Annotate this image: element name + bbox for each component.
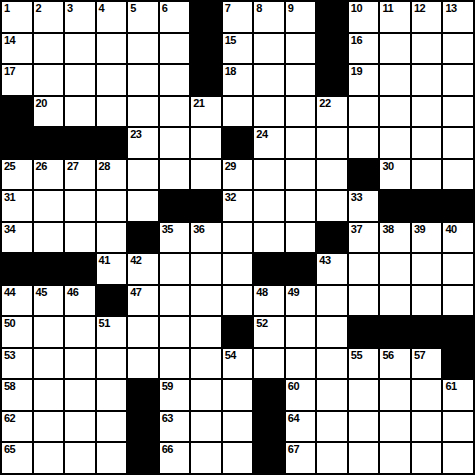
grid-cell[interactable]: 28	[97, 160, 127, 190]
grid-cell[interactable]: 61	[443, 380, 473, 410]
grid-cell[interactable]	[65, 349, 95, 379]
grid-cell[interactable]: 18	[223, 65, 253, 95]
grid-cell[interactable]: 21	[191, 97, 221, 127]
clue-number: 65	[4, 443, 15, 456]
grid-cell[interactable]: 47	[128, 286, 158, 316]
grid-cell[interactable]: 9	[286, 2, 316, 32]
grid-cell[interactable]	[349, 128, 379, 158]
block-cell	[191, 2, 221, 32]
clue-number: 3	[67, 2, 73, 15]
grid-cell[interactable]: 31	[2, 191, 32, 221]
clue-number: 19	[351, 65, 362, 78]
grid-cell[interactable]	[443, 97, 473, 127]
clue-number: 36	[193, 223, 204, 236]
clue-number: 47	[130, 286, 141, 299]
clue-number: 37	[351, 223, 362, 236]
grid-cell[interactable]	[380, 65, 410, 95]
clue-number: 56	[382, 349, 393, 362]
clue-number: 40	[445, 223, 456, 236]
grid-cell[interactable]	[412, 34, 442, 64]
grid-cell[interactable]	[254, 160, 284, 190]
grid-cell[interactable]	[317, 349, 347, 379]
grid-cell[interactable]	[443, 160, 473, 190]
grid-cell[interactable]	[191, 349, 221, 379]
grid-cell[interactable]	[286, 317, 316, 347]
grid-cell[interactable]	[317, 317, 347, 347]
grid-cell[interactable]	[191, 286, 221, 316]
clue-number: 31	[4, 191, 15, 204]
grid-cell[interactable]	[65, 97, 95, 127]
block-cell	[380, 191, 410, 221]
clue-number: 6	[162, 2, 168, 15]
grid-cell[interactable]	[412, 286, 442, 316]
block-cell	[317, 34, 347, 64]
grid-cell[interactable]	[128, 349, 158, 379]
grid-cell[interactable]	[223, 286, 253, 316]
grid-cell[interactable]: 50	[2, 317, 32, 347]
grid-cell[interactable]	[286, 349, 316, 379]
clue-number: 18	[225, 65, 236, 78]
clue-number: 61	[445, 380, 456, 393]
crossword-board: 1234567891011121314151617181920212223242…	[0, 0, 475, 475]
grid-cell[interactable]: 30	[380, 160, 410, 190]
block-cell	[412, 317, 442, 347]
grid-cell[interactable]	[65, 412, 95, 442]
clue-number: 67	[288, 443, 299, 456]
clue-number: 21	[193, 97, 204, 110]
clue-number: 55	[351, 349, 362, 362]
clue-number: 28	[99, 160, 110, 173]
grid-cell[interactable]	[380, 97, 410, 127]
grid-cell[interactable]	[317, 128, 347, 158]
grid-cell[interactable]	[191, 412, 221, 442]
block-cell	[443, 191, 473, 221]
grid-cell[interactable]	[317, 286, 347, 316]
clue-number: 62	[4, 412, 15, 425]
clue-number: 8	[256, 2, 262, 15]
grid-cell[interactable]: 29	[223, 160, 253, 190]
grid-cell[interactable]	[286, 97, 316, 127]
clue-number: 60	[288, 380, 299, 393]
grid-cell[interactable]	[65, 223, 95, 253]
grid-cell[interactable]	[317, 160, 347, 190]
clue-number: 5	[130, 2, 136, 15]
grid-cell[interactable]: 39	[412, 223, 442, 253]
grid-cell[interactable]	[160, 254, 190, 284]
block-cell	[2, 254, 32, 284]
grid-cell[interactable]: 65	[2, 443, 32, 473]
clue-number: 45	[36, 286, 47, 299]
clue-number: 30	[382, 160, 393, 173]
grid-cell[interactable]	[128, 34, 158, 64]
grid-cell[interactable]	[223, 443, 253, 473]
grid-cell[interactable]: 59	[160, 380, 190, 410]
grid-cell[interactable]	[128, 97, 158, 127]
clue-number: 63	[162, 412, 173, 425]
clue-number: 13	[445, 2, 456, 15]
grid-cell[interactable]: 33	[349, 191, 379, 221]
clue-number: 42	[130, 254, 141, 267]
grid-cell[interactable]	[160, 128, 190, 158]
grid-cell[interactable]: 38	[380, 223, 410, 253]
grid-cell[interactable]	[34, 191, 64, 221]
grid-cell[interactable]: 64	[286, 412, 316, 442]
clue-number: 25	[4, 160, 15, 173]
grid-cell[interactable]: 48	[254, 286, 284, 316]
grid-cell[interactable]: 40	[443, 223, 473, 253]
grid-cell[interactable]: 16	[349, 34, 379, 64]
grid-cell[interactable]	[34, 349, 64, 379]
clue-number: 2	[36, 2, 42, 15]
grid-cell[interactable]	[254, 191, 284, 221]
grid-cell[interactable]	[97, 97, 127, 127]
clue-number: 51	[99, 317, 110, 330]
grid-cell[interactable]	[191, 443, 221, 473]
block-cell	[97, 128, 127, 158]
block-cell	[443, 349, 473, 379]
clue-number: 44	[4, 286, 15, 299]
grid-cell[interactable]: 1	[2, 2, 32, 32]
grid-cell[interactable]: 43	[317, 254, 347, 284]
grid-cell[interactable]: 14	[2, 34, 32, 64]
clue-number: 49	[288, 286, 299, 299]
block-cell	[160, 191, 190, 221]
block-cell	[223, 317, 253, 347]
grid-cell[interactable]: 6	[160, 2, 190, 32]
clue-number: 48	[256, 286, 267, 299]
clue-number: 39	[414, 223, 425, 236]
clue-number: 7	[225, 2, 231, 15]
grid-cell[interactable]	[443, 443, 473, 473]
block-cell	[34, 128, 64, 158]
block-cell	[254, 380, 284, 410]
grid-cell[interactable]	[160, 317, 190, 347]
block-cell	[191, 65, 221, 95]
grid-cell[interactable]: 17	[2, 65, 32, 95]
crossword-puzzle: 1234567891011121314151617181920212223242…	[0, 0, 475, 475]
grid-cell[interactable]: 41	[97, 254, 127, 284]
clue-number: 15	[225, 34, 236, 47]
grid-cell[interactable]: 57	[412, 349, 442, 379]
clue-number: 11	[382, 2, 393, 15]
block-cell	[97, 286, 127, 316]
clue-number: 50	[4, 317, 15, 330]
grid-cell[interactable]	[443, 286, 473, 316]
grid-cell[interactable]: 34	[2, 223, 32, 253]
clue-number: 23	[130, 128, 141, 141]
grid-cell[interactable]	[349, 286, 379, 316]
grid-cell[interactable]	[34, 34, 64, 64]
grid-cell[interactable]	[223, 380, 253, 410]
grid-cell[interactable]	[97, 380, 127, 410]
grid-cell[interactable]	[97, 223, 127, 253]
grid-cell[interactable]	[65, 443, 95, 473]
grid-cell[interactable]: 35	[160, 223, 190, 253]
grid-cell[interactable]	[160, 286, 190, 316]
grid-cell[interactable]: 7	[223, 2, 253, 32]
clue-number: 26	[36, 160, 47, 173]
block-cell	[317, 65, 347, 95]
clue-number: 38	[382, 223, 393, 236]
clue-number: 54	[225, 349, 236, 362]
block-cell	[128, 412, 158, 442]
grid-cell[interactable]	[380, 128, 410, 158]
grid-cell[interactable]: 24	[254, 128, 284, 158]
grid-cell[interactable]	[34, 223, 64, 253]
grid-cell[interactable]: 49	[286, 286, 316, 316]
grid-cell[interactable]: 10	[349, 2, 379, 32]
clue-number: 22	[319, 97, 330, 110]
grid-cell[interactable]	[160, 34, 190, 64]
grid-cell[interactable]	[286, 191, 316, 221]
clue-number: 59	[162, 380, 173, 393]
grid-cell[interactable]: 53	[2, 349, 32, 379]
grid-cell[interactable]	[97, 191, 127, 221]
grid-cell[interactable]	[128, 65, 158, 95]
grid-cell[interactable]: 32	[223, 191, 253, 221]
grid-cell[interactable]	[160, 65, 190, 95]
clue-number: 57	[414, 349, 425, 362]
grid-cell[interactable]	[34, 317, 64, 347]
clue-number: 66	[162, 443, 173, 456]
grid-cell[interactable]	[191, 380, 221, 410]
grid-cell[interactable]	[160, 160, 190, 190]
grid-cell[interactable]: 8	[254, 2, 284, 32]
clue-number: 16	[351, 34, 362, 47]
grid-cell[interactable]	[34, 443, 64, 473]
grid-cell[interactable]: 52	[254, 317, 284, 347]
grid-cell[interactable]: 36	[191, 223, 221, 253]
grid-cell[interactable]: 5	[128, 2, 158, 32]
grid-cell[interactable]: 54	[223, 349, 253, 379]
grid-cell[interactable]	[160, 349, 190, 379]
clue-number: 43	[319, 254, 330, 267]
block-cell	[128, 443, 158, 473]
grid-cell[interactable]	[160, 97, 190, 127]
clue-number: 41	[99, 254, 110, 267]
clue-number: 32	[225, 191, 236, 204]
clue-number: 4	[99, 2, 105, 15]
block-cell	[349, 160, 379, 190]
grid-cell[interactable]	[223, 412, 253, 442]
grid-cell[interactable]	[412, 65, 442, 95]
grid-cell[interactable]	[254, 97, 284, 127]
block-cell	[443, 317, 473, 347]
grid-cell[interactable]	[317, 380, 347, 410]
grid-cell[interactable]: 3	[65, 2, 95, 32]
grid-cell[interactable]	[254, 349, 284, 379]
grid-cell[interactable]	[443, 34, 473, 64]
grid-cell[interactable]	[412, 443, 442, 473]
clue-number: 12	[414, 2, 425, 15]
grid-cell[interactable]: 20	[34, 97, 64, 127]
clue-number: 10	[351, 2, 362, 15]
grid-cell[interactable]	[65, 34, 95, 64]
grid-cell[interactable]	[97, 34, 127, 64]
grid-cell[interactable]: 15	[223, 34, 253, 64]
clue-number: 52	[256, 317, 267, 330]
grid-cell[interactable]	[349, 380, 379, 410]
grid-cell[interactable]	[412, 97, 442, 127]
grid-cell[interactable]	[412, 380, 442, 410]
grid-cell[interactable]	[380, 286, 410, 316]
grid-cell[interactable]	[34, 65, 64, 95]
grid-cell[interactable]	[349, 443, 379, 473]
block-cell	[380, 317, 410, 347]
grid-cell[interactable]	[191, 254, 221, 284]
block-cell	[349, 317, 379, 347]
grid-cell[interactable]: 55	[349, 349, 379, 379]
grid-cell[interactable]: 19	[349, 65, 379, 95]
grid-cell[interactable]	[128, 160, 158, 190]
grid-cell[interactable]: 66	[160, 443, 190, 473]
grid-cell[interactable]: 27	[65, 160, 95, 190]
grid-cell[interactable]	[34, 380, 64, 410]
grid-cell[interactable]	[97, 349, 127, 379]
block-cell	[65, 254, 95, 284]
block-cell	[286, 254, 316, 284]
grid-cell[interactable]: 56	[380, 349, 410, 379]
grid-cell[interactable]: 46	[65, 286, 95, 316]
clue-number: 64	[288, 412, 299, 425]
grid-cell[interactable]	[443, 412, 473, 442]
grid-cell[interactable]: 51	[97, 317, 127, 347]
grid-cell[interactable]	[412, 412, 442, 442]
grid-cell[interactable]	[380, 34, 410, 64]
grid-cell[interactable]	[128, 317, 158, 347]
clue-number: 14	[4, 34, 15, 47]
clue-number: 17	[4, 65, 15, 78]
grid-cell[interactable]: 67	[286, 443, 316, 473]
grid-cell[interactable]	[65, 191, 95, 221]
block-cell	[191, 34, 221, 64]
block-cell	[34, 254, 64, 284]
block-cell	[128, 223, 158, 253]
block-cell	[317, 223, 347, 253]
clue-number: 34	[4, 223, 15, 236]
grid-cell[interactable]	[97, 412, 127, 442]
grid-cell[interactable]: 13	[443, 2, 473, 32]
grid-cell[interactable]	[223, 223, 253, 253]
block-cell	[223, 128, 253, 158]
grid-cell[interactable]: 4	[97, 2, 127, 32]
grid-cell[interactable]	[286, 65, 316, 95]
grid-cell[interactable]	[286, 160, 316, 190]
grid-cell[interactable]	[128, 191, 158, 221]
grid-cell[interactable]	[317, 412, 347, 442]
clue-number: 9	[288, 2, 294, 15]
grid-cell[interactable]	[223, 254, 253, 284]
grid-cell[interactable]: 62	[2, 412, 32, 442]
grid-cell[interactable]	[380, 443, 410, 473]
grid-cell[interactable]	[286, 223, 316, 253]
grid-cell[interactable]	[191, 317, 221, 347]
grid-cell[interactable]	[65, 380, 95, 410]
grid-cell[interactable]	[349, 254, 379, 284]
grid-cell[interactable]: 12	[412, 2, 442, 32]
grid-cell[interactable]	[443, 254, 473, 284]
grid-cell[interactable]	[97, 65, 127, 95]
grid-cell[interactable]	[412, 160, 442, 190]
grid-cell[interactable]: 2	[34, 2, 64, 32]
block-cell	[254, 443, 284, 473]
grid-cell[interactable]	[412, 254, 442, 284]
grid-cell[interactable]: 26	[34, 160, 64, 190]
clue-number: 20	[36, 97, 47, 110]
grid-cell[interactable]	[65, 317, 95, 347]
block-cell	[254, 254, 284, 284]
block-cell	[65, 128, 95, 158]
grid-cell[interactable]	[97, 443, 127, 473]
grid-cell[interactable]: 25	[2, 160, 32, 190]
clue-number: 1	[4, 2, 10, 15]
grid-cell[interactable]	[443, 65, 473, 95]
grid-cell[interactable]	[380, 412, 410, 442]
block-cell	[2, 97, 32, 127]
grid-cell[interactable]: 11	[380, 2, 410, 32]
clue-number: 58	[4, 380, 15, 393]
block-cell	[412, 191, 442, 221]
grid-cell[interactable]	[254, 223, 284, 253]
grid-cell[interactable]: 37	[349, 223, 379, 253]
grid-cell[interactable]	[317, 443, 347, 473]
block-cell	[254, 412, 284, 442]
grid-cell[interactable]: 44	[2, 286, 32, 316]
grid-cell[interactable]	[223, 97, 253, 127]
grid-cell[interactable]	[286, 128, 316, 158]
grid-cell[interactable]	[286, 34, 316, 64]
grid-cell[interactable]	[380, 380, 410, 410]
grid-cell[interactable]	[254, 34, 284, 64]
clue-number: 27	[67, 160, 78, 173]
grid-cell[interactable]: 58	[2, 380, 32, 410]
grid-cell[interactable]	[412, 128, 442, 158]
block-cell	[317, 2, 347, 32]
grid-cell[interactable]: 42	[128, 254, 158, 284]
grid-cell[interactable]	[34, 412, 64, 442]
grid-cell[interactable]	[65, 65, 95, 95]
grid-cell[interactable]	[191, 128, 221, 158]
clue-number: 24	[256, 128, 267, 141]
clue-number: 35	[162, 223, 173, 236]
clue-number: 46	[67, 286, 78, 299]
clue-number: 29	[225, 160, 236, 173]
block-cell	[2, 128, 32, 158]
grid-cell[interactable]: 23	[128, 128, 158, 158]
grid-cell[interactable]: 63	[160, 412, 190, 442]
block-cell	[191, 191, 221, 221]
grid-cell[interactable]	[191, 160, 221, 190]
grid-cell[interactable]: 22	[317, 97, 347, 127]
grid-cell[interactable]	[349, 97, 379, 127]
grid-cell[interactable]: 60	[286, 380, 316, 410]
grid-cell[interactable]	[317, 191, 347, 221]
grid-cell[interactable]	[380, 254, 410, 284]
grid-cell[interactable]	[349, 412, 379, 442]
clue-number: 33	[351, 191, 362, 204]
grid-cell[interactable]	[443, 128, 473, 158]
grid-cell[interactable]: 45	[34, 286, 64, 316]
block-cell	[128, 380, 158, 410]
grid-cell[interactable]	[254, 65, 284, 95]
clue-number: 53	[4, 349, 15, 362]
